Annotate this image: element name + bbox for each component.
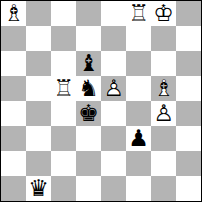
black-pawn-glyph: ♟ <box>126 126 151 151</box>
square-e4[interactable] <box>101 101 126 126</box>
square-h4[interactable] <box>176 101 201 126</box>
square-g1[interactable] <box>151 176 176 201</box>
square-a7[interactable] <box>1 26 26 51</box>
square-c4[interactable] <box>51 101 76 126</box>
square-f7[interactable] <box>126 26 151 51</box>
square-d4[interactable]: ♚ <box>76 101 101 126</box>
square-b2[interactable] <box>26 151 51 176</box>
square-d6[interactable]: ♝ <box>76 51 101 76</box>
square-b8[interactable] <box>26 1 51 26</box>
square-b3[interactable] <box>26 126 51 151</box>
black-pawn: ♟ <box>126 126 151 151</box>
square-g6[interactable] <box>151 51 176 76</box>
square-f4[interactable] <box>126 101 151 126</box>
square-a2[interactable] <box>1 151 26 176</box>
square-d1[interactable] <box>76 176 101 201</box>
black-king-glyph: ♚ <box>76 101 101 126</box>
square-g2[interactable] <box>151 151 176 176</box>
square-a5[interactable] <box>1 76 26 101</box>
white-rook: ♜♖ <box>126 1 151 26</box>
white-bishop-glyph: ♗ <box>151 76 176 101</box>
white-rook-glyph: ♖ <box>51 76 76 101</box>
square-f6[interactable] <box>126 51 151 76</box>
black-bishop: ♝ <box>76 51 101 76</box>
white-pawn: ♟♙ <box>151 101 176 126</box>
square-e2[interactable] <box>101 151 126 176</box>
square-f1[interactable] <box>126 176 151 201</box>
white-bishop-glyph: ♗ <box>1 1 26 26</box>
white-pawn-glyph: ♙ <box>151 101 176 126</box>
square-b1[interactable]: ♛ <box>26 176 51 201</box>
white-pawn-glyph: ♙ <box>101 76 126 101</box>
black-queen-glyph: ♛ <box>26 176 51 201</box>
square-h2[interactable] <box>176 151 201 176</box>
black-king: ♚ <box>76 101 101 126</box>
square-e1[interactable] <box>101 176 126 201</box>
square-e7[interactable] <box>101 26 126 51</box>
square-b5[interactable] <box>26 76 51 101</box>
square-h3[interactable] <box>176 126 201 151</box>
square-h6[interactable] <box>176 51 201 76</box>
white-rook: ♜♖ <box>51 76 76 101</box>
square-e5[interactable]: ♟♙ <box>101 76 126 101</box>
square-g3[interactable] <box>151 126 176 151</box>
square-e6[interactable] <box>101 51 126 76</box>
square-h5[interactable] <box>176 76 201 101</box>
square-g8[interactable]: ♚♔ <box>151 1 176 26</box>
square-h7[interactable] <box>176 26 201 51</box>
square-c5[interactable]: ♜♖ <box>51 76 76 101</box>
square-d8[interactable] <box>76 1 101 26</box>
square-a3[interactable] <box>1 126 26 151</box>
square-f3[interactable]: ♟ <box>126 126 151 151</box>
square-c1[interactable] <box>51 176 76 201</box>
square-f5[interactable] <box>126 76 151 101</box>
black-knight: ♞ <box>76 76 101 101</box>
square-a8[interactable]: ♝♗ <box>1 1 26 26</box>
white-king-glyph: ♔ <box>151 1 176 26</box>
square-c3[interactable] <box>51 126 76 151</box>
square-e3[interactable] <box>101 126 126 151</box>
square-g5[interactable]: ♝♗ <box>151 76 176 101</box>
square-c2[interactable] <box>51 151 76 176</box>
square-b6[interactable] <box>26 51 51 76</box>
square-d7[interactable] <box>76 26 101 51</box>
square-d5[interactable]: ♞ <box>76 76 101 101</box>
square-f8[interactable]: ♜♖ <box>126 1 151 26</box>
square-e8[interactable] <box>101 1 126 26</box>
square-h1[interactable] <box>176 176 201 201</box>
square-a4[interactable] <box>1 101 26 126</box>
square-c6[interactable] <box>51 51 76 76</box>
square-g4[interactable]: ♟♙ <box>151 101 176 126</box>
square-d3[interactable] <box>76 126 101 151</box>
black-knight-glyph: ♞ <box>76 76 101 101</box>
white-king: ♚♔ <box>151 1 176 26</box>
black-queen: ♛ <box>26 176 51 201</box>
square-d2[interactable] <box>76 151 101 176</box>
black-bishop-glyph: ♝ <box>76 51 101 76</box>
square-a6[interactable] <box>1 51 26 76</box>
square-h8[interactable] <box>176 1 201 26</box>
square-g7[interactable] <box>151 26 176 51</box>
white-bishop: ♝♗ <box>151 76 176 101</box>
chess-board: ♝♗♜♖♚♔♝♜♖♞♟♙♝♗♚♟♙♟♛ <box>0 0 202 202</box>
square-f2[interactable] <box>126 151 151 176</box>
square-c7[interactable] <box>51 26 76 51</box>
square-b7[interactable] <box>26 26 51 51</box>
square-c8[interactable] <box>51 1 76 26</box>
square-a1[interactable] <box>1 176 26 201</box>
white-rook-glyph: ♖ <box>126 1 151 26</box>
white-pawn: ♟♙ <box>101 76 126 101</box>
white-bishop: ♝♗ <box>1 1 26 26</box>
square-b4[interactable] <box>26 101 51 126</box>
